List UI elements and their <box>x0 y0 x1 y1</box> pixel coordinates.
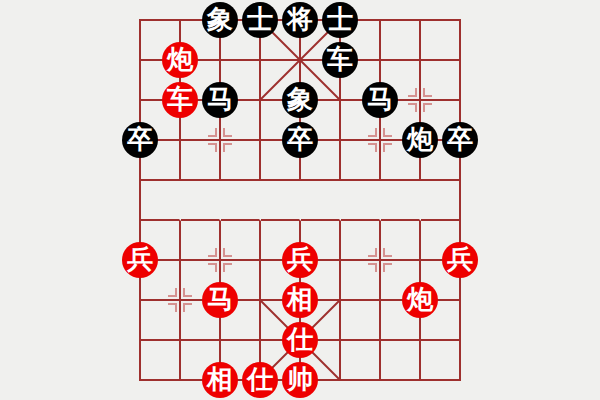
piece-red-cannon[interactable]: 炮 <box>162 42 198 78</box>
piece-red-rook[interactable]: 车 <box>162 82 198 118</box>
piece-black-advisor[interactable]: 士 <box>242 2 278 38</box>
board-cell <box>141 301 181 341</box>
board-cell <box>341 181 381 221</box>
board-cell <box>221 181 261 221</box>
piece-black-elephant[interactable]: 象 <box>202 2 238 38</box>
board-cell <box>421 181 461 221</box>
board-cell <box>421 341 461 381</box>
board-cell <box>381 341 421 381</box>
piece-black-advisor[interactable]: 士 <box>322 2 358 38</box>
piece-black-cannon[interactable]: 炮 <box>402 122 438 158</box>
piece-red-soldier[interactable]: 兵 <box>122 242 158 278</box>
board-cell <box>381 21 421 61</box>
board-cell <box>421 61 461 101</box>
piece-black-general[interactable]: 将 <box>282 2 318 38</box>
piece-red-soldier[interactable]: 兵 <box>282 242 318 278</box>
board-cell <box>381 181 421 221</box>
board-cell <box>141 341 181 381</box>
board-cell <box>141 181 181 221</box>
piece-red-advisor[interactable]: 仕 <box>282 322 318 358</box>
board-cell <box>341 301 381 341</box>
board-cell <box>261 181 301 221</box>
board-cell <box>341 261 381 301</box>
piece-red-general[interactable]: 帅 <box>282 362 318 398</box>
piece-red-elephant[interactable]: 相 <box>282 282 318 318</box>
screen: 象士将士炮车车马象马卒卒炮卒兵兵兵马相炮仕相仕帅 <box>0 0 600 400</box>
board-cell <box>301 181 341 221</box>
board-cell <box>181 221 221 261</box>
piece-black-horse[interactable]: 马 <box>202 82 238 118</box>
board-cell <box>221 141 261 181</box>
piece-red-soldier[interactable]: 兵 <box>442 242 478 278</box>
board-cell <box>421 21 461 61</box>
piece-black-soldier[interactable]: 卒 <box>122 122 158 158</box>
piece-red-advisor[interactable]: 仕 <box>242 362 278 398</box>
board-cell <box>181 181 221 221</box>
piece-red-cannon[interactable]: 炮 <box>402 282 438 318</box>
piece-black-rook[interactable]: 车 <box>322 42 358 78</box>
piece-red-horse[interactable]: 马 <box>202 282 238 318</box>
piece-black-soldier[interactable]: 卒 <box>442 122 478 158</box>
piece-black-horse[interactable]: 马 <box>362 82 398 118</box>
board-cell <box>381 221 421 261</box>
board-cell <box>341 141 381 181</box>
piece-red-elephant[interactable]: 相 <box>202 362 238 398</box>
piece-black-elephant[interactable]: 象 <box>282 82 318 118</box>
board-cell <box>341 221 381 261</box>
board-cell <box>221 221 261 261</box>
board-cell <box>341 341 381 381</box>
board-cell <box>181 141 221 181</box>
piece-black-soldier[interactable]: 卒 <box>282 122 318 158</box>
